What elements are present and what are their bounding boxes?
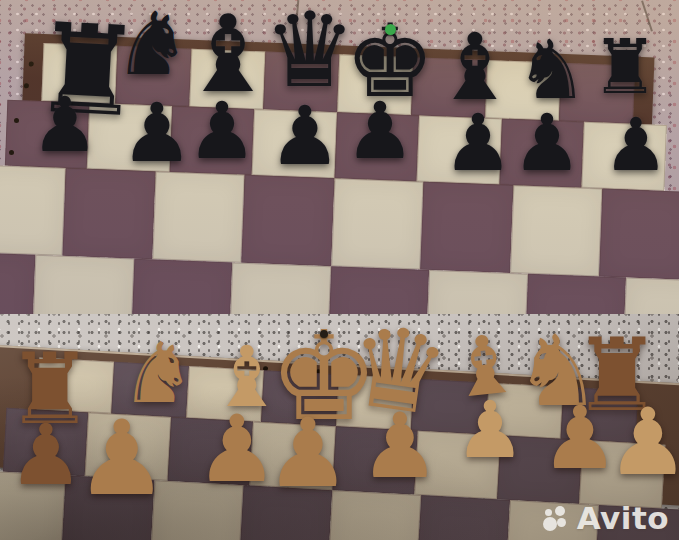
square-dark [169, 106, 254, 175]
square-light [189, 49, 265, 110]
square-light [331, 178, 424, 269]
square-light [87, 103, 172, 172]
square-dark [497, 435, 583, 504]
square-light [327, 490, 421, 540]
square-dark [60, 475, 154, 540]
square-dark [599, 189, 679, 280]
square-dark [558, 63, 634, 124]
photo-black-pieces: ♜♞♝♛♚♝♞♜♟♟♟♟♟♟♟♟ [0, 0, 679, 314]
square-dark [326, 266, 429, 314]
square-dark [4, 100, 89, 169]
square-light [0, 164, 66, 255]
square-dark [129, 259, 232, 314]
square-light [186, 366, 264, 422]
square-dark [560, 387, 638, 443]
avito-watermark: Avito [543, 500, 669, 536]
square-dark [167, 417, 253, 486]
avito-logo-icon [543, 504, 574, 533]
square-light [414, 431, 500, 500]
square-dark [334, 112, 419, 181]
square-light [228, 262, 331, 314]
square-dark [241, 175, 334, 266]
square-dark [499, 119, 584, 188]
string-artifact [641, 0, 653, 31]
square-light [152, 171, 245, 262]
square-light [36, 358, 114, 414]
square-light [0, 470, 65, 540]
square-light [31, 255, 134, 314]
square-light [510, 185, 603, 276]
square-light [424, 270, 527, 314]
square-dark [115, 46, 191, 107]
square-light [335, 374, 413, 430]
chessboard [0, 30, 679, 314]
king-finial-dark [320, 330, 328, 338]
square-dark [411, 57, 487, 118]
square-dark [332, 426, 418, 495]
square-light [621, 278, 679, 314]
square-dark [261, 370, 339, 426]
square-light [581, 122, 666, 191]
frame-hole [9, 150, 14, 155]
square-light [579, 440, 665, 509]
square-dark [416, 495, 510, 540]
king-finial-green [385, 24, 396, 35]
square-dark [263, 51, 339, 112]
square-light [149, 480, 243, 540]
square-light [249, 422, 335, 491]
string-artifact [295, 0, 300, 30]
watermark-text: Avito [577, 500, 669, 536]
square-light [485, 383, 563, 439]
square-dark [410, 378, 488, 434]
square-light [252, 109, 337, 178]
square-light [85, 412, 171, 481]
square-dark [0, 251, 35, 314]
square-dark [2, 408, 88, 477]
square-light [417, 115, 502, 184]
square-dark [238, 485, 332, 540]
square-dark [62, 168, 155, 259]
square-light [41, 43, 117, 104]
square-light [337, 54, 413, 115]
frame-hole [14, 118, 19, 123]
square-dark [523, 274, 626, 314]
photo-white-pieces: Avito ♜♞♝♚♛♝♞♜♟♟♟♟♟♟♟♟ [0, 314, 679, 540]
square-dark [111, 362, 189, 418]
listing-photo-collage: ♜♞♝♛♚♝♞♜♟♟♟♟♟♟♟♟ Avito ♜♞♝♚♛♝♞♜♟♟♟♟♟♟♟♟ [0, 0, 679, 540]
square-light [485, 60, 561, 121]
square-dark [420, 182, 513, 273]
